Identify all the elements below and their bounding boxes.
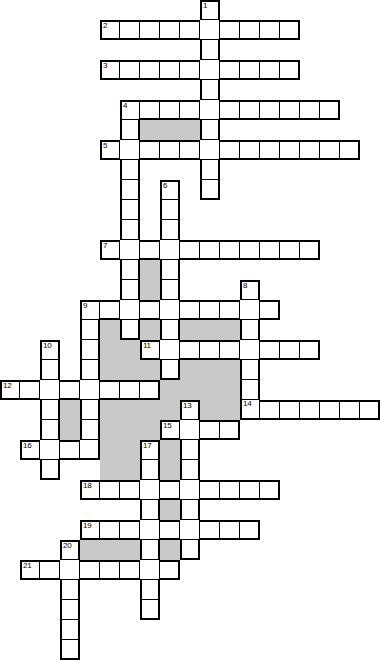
answer-cell[interactable] bbox=[260, 400, 280, 420]
answer-cell[interactable] bbox=[60, 440, 80, 460]
answer-cell[interactable] bbox=[180, 100, 200, 120]
answer-cell[interactable] bbox=[300, 100, 320, 120]
answer-cell[interactable] bbox=[180, 340, 200, 360]
filler-cell bbox=[120, 540, 140, 560]
clue-number-13: 13 bbox=[183, 402, 191, 410]
answer-cell[interactable] bbox=[160, 340, 180, 360]
filler-cell bbox=[100, 400, 120, 420]
answer-cell[interactable] bbox=[40, 380, 60, 400]
answer-cell[interactable] bbox=[320, 140, 340, 160]
answer-cell[interactable] bbox=[220, 300, 240, 320]
answer-cell[interactable] bbox=[280, 140, 300, 160]
answer-cell[interactable] bbox=[260, 480, 280, 500]
answer-cell[interactable] bbox=[200, 80, 220, 100]
filler-cell bbox=[140, 260, 160, 280]
answer-cell[interactable] bbox=[200, 420, 220, 440]
answer-cell[interactable] bbox=[120, 300, 140, 320]
filler-cell bbox=[180, 360, 200, 380]
answer-cell[interactable] bbox=[40, 400, 60, 420]
clue-number-18: 18 bbox=[83, 482, 91, 490]
answer-cell[interactable]: 13 bbox=[180, 400, 200, 420]
answer-cell[interactable]: 2 bbox=[100, 20, 120, 40]
answer-cell[interactable] bbox=[160, 20, 180, 40]
answer-cell[interactable] bbox=[280, 100, 300, 120]
answer-cell[interactable] bbox=[60, 580, 80, 600]
answer-cell[interactable] bbox=[120, 200, 140, 220]
answer-cell[interactable] bbox=[180, 240, 200, 260]
answer-cell[interactable]: 21 bbox=[20, 560, 40, 580]
answer-cell[interactable] bbox=[240, 100, 260, 120]
clue-number-15: 15 bbox=[163, 422, 171, 430]
answer-cell[interactable] bbox=[180, 500, 200, 520]
answer-cell[interactable] bbox=[140, 600, 160, 620]
answer-cell[interactable] bbox=[280, 340, 300, 360]
filler-cell bbox=[120, 340, 140, 360]
filler-cell bbox=[160, 460, 180, 480]
clue-number-19: 19 bbox=[83, 522, 91, 530]
answer-cell[interactable]: 9 bbox=[80, 300, 100, 320]
filler-cell bbox=[200, 400, 220, 420]
filler-cell bbox=[160, 540, 180, 560]
answer-cell[interactable] bbox=[120, 520, 140, 540]
answer-cell[interactable] bbox=[120, 180, 140, 200]
answer-cell[interactable] bbox=[360, 400, 380, 420]
answer-cell[interactable] bbox=[100, 300, 120, 320]
clue-number-6: 6 bbox=[163, 182, 167, 190]
answer-cell[interactable] bbox=[120, 380, 140, 400]
answer-cell[interactable] bbox=[260, 240, 280, 260]
filler-cell bbox=[220, 360, 240, 380]
answer-cell[interactable] bbox=[120, 560, 140, 580]
answer-cell[interactable] bbox=[180, 140, 200, 160]
filler-cell bbox=[160, 500, 180, 520]
answer-cell[interactable]: 8 bbox=[240, 280, 260, 300]
answer-cell[interactable] bbox=[160, 560, 180, 580]
answer-cell[interactable] bbox=[200, 160, 220, 180]
answer-cell[interactable] bbox=[200, 240, 220, 260]
filler-cell bbox=[180, 120, 200, 140]
answer-cell[interactable] bbox=[200, 100, 220, 120]
filler-cell bbox=[80, 540, 100, 560]
filler-cell bbox=[140, 360, 160, 380]
answer-cell[interactable] bbox=[220, 60, 240, 80]
answer-cell[interactable] bbox=[200, 60, 220, 80]
answer-cell[interactable] bbox=[120, 120, 140, 140]
answer-cell[interactable] bbox=[140, 140, 160, 160]
answer-cell[interactable] bbox=[160, 280, 180, 300]
answer-cell[interactable]: 12 bbox=[0, 380, 20, 400]
clue-number-5: 5 bbox=[103, 142, 107, 150]
answer-cell[interactable] bbox=[260, 60, 280, 80]
answer-cell[interactable]: 17 bbox=[140, 440, 160, 460]
clue-number-11: 11 bbox=[143, 342, 151, 350]
filler-cell bbox=[100, 460, 120, 480]
answer-cell[interactable] bbox=[40, 360, 60, 380]
answer-cell[interactable] bbox=[120, 260, 140, 280]
filler-cell bbox=[120, 460, 140, 480]
answer-cell[interactable] bbox=[140, 20, 160, 40]
answer-cell[interactable] bbox=[60, 640, 80, 660]
filler-cell bbox=[120, 400, 140, 420]
filler-cell bbox=[140, 280, 160, 300]
answer-cell[interactable] bbox=[40, 460, 60, 480]
answer-cell[interactable] bbox=[180, 480, 200, 500]
clue-number-2: 2 bbox=[103, 22, 107, 30]
answer-cell[interactable] bbox=[160, 480, 180, 500]
answer-cell[interactable] bbox=[120, 140, 140, 160]
clue-number-17: 17 bbox=[143, 442, 151, 450]
answer-cell[interactable] bbox=[60, 600, 80, 620]
answer-cell[interactable] bbox=[140, 480, 160, 500]
filler-cell bbox=[220, 320, 240, 340]
crossword-grid: 123456789101112131415161718192021 bbox=[0, 0, 381, 661]
answer-cell[interactable] bbox=[180, 540, 200, 560]
answer-cell[interactable] bbox=[280, 20, 300, 40]
answer-cell[interactable] bbox=[240, 60, 260, 80]
answer-cell[interactable] bbox=[200, 180, 220, 200]
answer-cell[interactable] bbox=[240, 300, 260, 320]
answer-cell[interactable] bbox=[300, 400, 320, 420]
filler-cell bbox=[100, 540, 120, 560]
clue-number-21: 21 bbox=[23, 562, 31, 570]
answer-cell[interactable] bbox=[160, 300, 180, 320]
filler-cell bbox=[100, 360, 120, 380]
filler-cell bbox=[120, 360, 140, 380]
filler-cell bbox=[200, 320, 220, 340]
answer-cell[interactable] bbox=[180, 460, 200, 480]
answer-cell[interactable] bbox=[80, 380, 100, 400]
clue-number-9: 9 bbox=[83, 302, 87, 310]
answer-cell[interactable] bbox=[200, 300, 220, 320]
answer-cell[interactable] bbox=[80, 440, 100, 460]
clue-number-14: 14 bbox=[243, 400, 251, 408]
answer-cell[interactable]: 3 bbox=[100, 60, 120, 80]
answer-cell[interactable] bbox=[140, 520, 160, 540]
filler-cell bbox=[100, 320, 120, 340]
answer-cell[interactable] bbox=[140, 380, 160, 400]
answer-cell[interactable] bbox=[120, 220, 140, 240]
answer-cell[interactable] bbox=[120, 320, 140, 340]
clue-number-16: 16 bbox=[23, 442, 31, 450]
answer-cell[interactable]: 7 bbox=[100, 240, 120, 260]
answer-cell[interactable] bbox=[320, 400, 340, 420]
filler-cell bbox=[220, 400, 240, 420]
clue-number-3: 3 bbox=[103, 62, 107, 70]
answer-cell[interactable] bbox=[280, 240, 300, 260]
answer-cell[interactable] bbox=[100, 560, 120, 580]
answer-cell[interactable] bbox=[120, 20, 140, 40]
answer-cell[interactable] bbox=[260, 140, 280, 160]
answer-cell[interactable] bbox=[160, 60, 180, 80]
answer-cell[interactable] bbox=[120, 280, 140, 300]
answer-cell[interactable] bbox=[120, 480, 140, 500]
answer-cell[interactable] bbox=[60, 620, 80, 640]
clue-number-20: 20 bbox=[63, 542, 71, 550]
answer-cell[interactable] bbox=[60, 560, 80, 580]
clue-number-8: 8 bbox=[243, 282, 247, 290]
answer-cell[interactable] bbox=[220, 240, 240, 260]
answer-cell[interactable] bbox=[240, 140, 260, 160]
answer-cell[interactable]: 20 bbox=[60, 540, 80, 560]
answer-cell[interactable]: 15 bbox=[160, 420, 180, 440]
answer-cell[interactable] bbox=[240, 320, 260, 340]
clue-number-4: 4 bbox=[123, 102, 127, 110]
answer-cell[interactable] bbox=[140, 300, 160, 320]
answer-cell[interactable] bbox=[180, 20, 200, 40]
answer-cell[interactable] bbox=[220, 20, 240, 40]
answer-cell[interactable] bbox=[40, 440, 60, 460]
answer-cell[interactable] bbox=[240, 340, 260, 360]
answer-cell[interactable] bbox=[180, 420, 200, 440]
clue-number-12: 12 bbox=[3, 382, 11, 390]
answer-cell[interactable] bbox=[80, 340, 100, 360]
filler-cell bbox=[220, 380, 240, 400]
answer-cell[interactable] bbox=[140, 460, 160, 480]
answer-cell[interactable] bbox=[100, 520, 120, 540]
filler-cell bbox=[100, 340, 120, 360]
answer-cell[interactable] bbox=[300, 340, 320, 360]
answer-cell[interactable] bbox=[160, 360, 180, 380]
answer-cell[interactable] bbox=[80, 360, 100, 380]
answer-cell[interactable] bbox=[160, 520, 180, 540]
filler-cell bbox=[100, 420, 120, 440]
filler-cell bbox=[160, 400, 180, 420]
answer-cell[interactable] bbox=[160, 260, 180, 280]
answer-cell[interactable]: 5 bbox=[100, 140, 120, 160]
answer-cell[interactable] bbox=[280, 60, 300, 80]
answer-cell[interactable]: 4 bbox=[120, 100, 140, 120]
filler-cell bbox=[160, 380, 180, 400]
answer-cell[interactable] bbox=[220, 520, 240, 540]
filler-cell bbox=[120, 420, 140, 440]
answer-cell[interactable] bbox=[80, 320, 100, 340]
answer-cell[interactable] bbox=[180, 60, 200, 80]
answer-cell[interactable]: 6 bbox=[160, 180, 180, 200]
answer-cell[interactable] bbox=[100, 480, 120, 500]
answer-cell[interactable] bbox=[260, 340, 280, 360]
answer-cell[interactable]: 10 bbox=[40, 340, 60, 360]
answer-cell[interactable] bbox=[160, 140, 180, 160]
answer-cell[interactable] bbox=[140, 60, 160, 80]
answer-cell[interactable] bbox=[20, 380, 40, 400]
filler-cell bbox=[120, 440, 140, 460]
answer-cell[interactable] bbox=[140, 560, 160, 580]
answer-cell[interactable] bbox=[160, 220, 180, 240]
answer-cell[interactable] bbox=[200, 20, 220, 40]
answer-cell[interactable] bbox=[100, 380, 120, 400]
answer-cell[interactable] bbox=[160, 200, 180, 220]
answer-cell[interactable]: 19 bbox=[80, 520, 100, 540]
answer-cell[interactable] bbox=[240, 360, 260, 380]
answer-cell[interactable] bbox=[60, 380, 80, 400]
filler-cell bbox=[140, 400, 160, 420]
answer-cell[interactable] bbox=[220, 340, 240, 360]
answer-cell[interactable] bbox=[340, 400, 360, 420]
answer-cell[interactable]: 1 bbox=[200, 0, 220, 20]
filler-cell bbox=[160, 120, 180, 140]
answer-cell[interactable] bbox=[200, 340, 220, 360]
clue-number-10: 10 bbox=[43, 342, 51, 350]
answer-cell[interactable] bbox=[180, 440, 200, 460]
answer-cell[interactable] bbox=[40, 560, 60, 580]
answer-cell[interactable] bbox=[140, 240, 160, 260]
filler-cell bbox=[60, 400, 80, 420]
answer-cell[interactable] bbox=[80, 400, 100, 420]
answer-cell[interactable]: 16 bbox=[20, 440, 40, 460]
answer-cell[interactable] bbox=[140, 100, 160, 120]
clue-number-7: 7 bbox=[103, 242, 107, 250]
answer-cell[interactable] bbox=[340, 140, 360, 160]
filler-cell bbox=[140, 120, 160, 140]
filler-cell bbox=[180, 380, 200, 400]
answer-cell[interactable] bbox=[200, 520, 220, 540]
answer-cell[interactable] bbox=[120, 60, 140, 80]
answer-cell[interactable] bbox=[260, 100, 280, 120]
filler-cell bbox=[60, 420, 80, 440]
filler-cell bbox=[200, 360, 220, 380]
answer-cell[interactable] bbox=[260, 20, 280, 40]
clue-number-1: 1 bbox=[203, 2, 207, 10]
filler-cell bbox=[100, 440, 120, 460]
answer-cell[interactable] bbox=[80, 560, 100, 580]
answer-cell[interactable] bbox=[240, 480, 260, 500]
answer-cell[interactable] bbox=[200, 120, 220, 140]
answer-cell[interactable] bbox=[120, 160, 140, 180]
answer-cell[interactable] bbox=[240, 520, 260, 540]
answer-cell[interactable]: 14 bbox=[240, 400, 260, 420]
answer-cell[interactable] bbox=[220, 420, 240, 440]
answer-cell[interactable] bbox=[260, 300, 280, 320]
answer-cell[interactable] bbox=[220, 100, 240, 120]
answer-cell[interactable] bbox=[240, 380, 260, 400]
answer-cell[interactable] bbox=[180, 300, 200, 320]
answer-cell[interactable] bbox=[320, 100, 340, 120]
answer-cell[interactable] bbox=[140, 500, 160, 520]
answer-cell[interactable] bbox=[40, 420, 60, 440]
answer-cell[interactable] bbox=[220, 480, 240, 500]
answer-cell[interactable] bbox=[300, 240, 320, 260]
filler-cell bbox=[160, 440, 180, 460]
filler-cell bbox=[180, 320, 200, 340]
answer-cell[interactable] bbox=[300, 140, 320, 160]
filler-cell bbox=[140, 420, 160, 440]
answer-cell[interactable] bbox=[80, 420, 100, 440]
answer-cell[interactable] bbox=[280, 400, 300, 420]
filler-cell bbox=[140, 320, 160, 340]
answer-cell[interactable] bbox=[160, 100, 180, 120]
answer-cell[interactable] bbox=[180, 520, 200, 540]
filler-cell bbox=[200, 380, 220, 400]
answer-cell[interactable] bbox=[120, 240, 140, 260]
answer-cell[interactable] bbox=[140, 580, 160, 600]
answer-cell[interactable]: 11 bbox=[140, 340, 160, 360]
answer-cell[interactable] bbox=[160, 240, 180, 260]
answer-cell[interactable]: 18 bbox=[80, 480, 100, 500]
answer-cell[interactable] bbox=[140, 540, 160, 560]
answer-cell[interactable] bbox=[200, 40, 220, 60]
answer-cell[interactable] bbox=[200, 140, 220, 160]
answer-cell[interactable] bbox=[160, 320, 180, 340]
answer-cell[interactable] bbox=[220, 140, 240, 160]
answer-cell[interactable] bbox=[240, 240, 260, 260]
answer-cell[interactable] bbox=[200, 480, 220, 500]
answer-cell[interactable] bbox=[240, 20, 260, 40]
